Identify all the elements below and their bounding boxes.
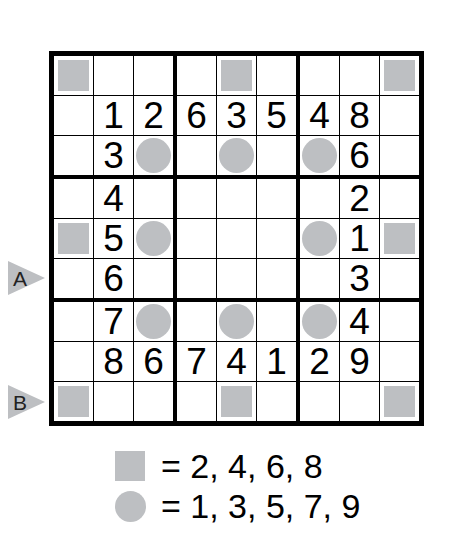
- cell-r5c1[interactable]: [54, 219, 94, 259]
- cell-r8c2[interactable]: 8: [94, 342, 134, 382]
- cell-r7c3[interactable]: [134, 302, 177, 342]
- cell-r9c3[interactable]: [134, 382, 177, 421]
- cell-r1c7[interactable]: [300, 56, 340, 96]
- given-digit: 5: [266, 97, 287, 134]
- legend-even-text: = 2, 4, 6, 8: [161, 449, 323, 483]
- cell-r3c7[interactable]: [300, 136, 340, 179]
- cell-r2c7[interactable]: 4: [300, 96, 340, 136]
- given-digit: 4: [309, 97, 330, 134]
- given-digit: 5: [103, 220, 124, 257]
- cell-r1c6[interactable]: [257, 56, 300, 96]
- cell-r9c5[interactable]: [217, 382, 257, 421]
- cell-r9c1[interactable]: [54, 382, 94, 421]
- given-digit: 3: [349, 260, 370, 297]
- odd-marker-icon: [219, 138, 254, 173]
- given-digit: 3: [103, 137, 124, 174]
- cell-r3c2[interactable]: 3: [94, 136, 134, 179]
- odd-circle-icon: [115, 491, 146, 522]
- puzzle-page: 126354836425163748674129 A B = 2, 4, 6, …: [0, 0, 472, 559]
- odd-marker-icon: [219, 304, 254, 339]
- cell-r6c3[interactable]: [134, 259, 177, 302]
- even-marker-icon: [221, 386, 252, 417]
- given-digit: 1: [266, 343, 287, 380]
- given-digit: 3: [226, 97, 247, 134]
- cell-r7c9[interactable]: [380, 302, 419, 342]
- cell-r4c8[interactable]: 2: [340, 179, 380, 219]
- cell-r9c2[interactable]: [94, 382, 134, 421]
- cell-r5c8[interactable]: 1: [340, 219, 380, 259]
- cell-r5c2[interactable]: 5: [94, 219, 134, 259]
- cell-r5c7[interactable]: [300, 219, 340, 259]
- cell-r2c3[interactable]: 2: [134, 96, 177, 136]
- cell-r4c4[interactable]: [177, 179, 217, 219]
- cell-r7c2[interactable]: 7: [94, 302, 134, 342]
- cell-r4c1[interactable]: [54, 179, 94, 219]
- given-digit: 8: [349, 97, 370, 134]
- cell-r2c5[interactable]: 3: [217, 96, 257, 136]
- cell-r6c6[interactable]: [257, 259, 300, 302]
- cell-r2c6[interactable]: 5: [257, 96, 300, 136]
- cell-r9c4[interactable]: [177, 382, 217, 421]
- cell-r1c2[interactable]: [94, 56, 134, 96]
- cell-r7c8[interactable]: 4: [340, 302, 380, 342]
- odd-marker-icon: [136, 304, 171, 339]
- cell-r2c4[interactable]: 6: [177, 96, 217, 136]
- cell-r9c8[interactable]: [340, 382, 380, 421]
- given-digit: 2: [309, 343, 330, 380]
- even-marker-icon: [58, 60, 89, 91]
- row-pointer-b: B: [8, 385, 45, 419]
- cell-r1c4[interactable]: [177, 56, 217, 96]
- cell-r5c5[interactable]: [217, 219, 257, 259]
- cell-r6c8[interactable]: 3: [340, 259, 380, 302]
- cell-r4c3[interactable]: [134, 179, 177, 219]
- cell-r2c1[interactable]: [54, 96, 94, 136]
- cell-r2c9[interactable]: [380, 96, 419, 136]
- cell-r8c8[interactable]: 9: [340, 342, 380, 382]
- cell-r3c1[interactable]: [54, 136, 94, 179]
- cell-r7c5[interactable]: [217, 302, 257, 342]
- even-marker-icon: [58, 386, 89, 417]
- given-digit: 4: [349, 303, 370, 340]
- cell-r1c1[interactable]: [54, 56, 94, 96]
- cell-r4c5[interactable]: [217, 179, 257, 219]
- cell-r1c3[interactable]: [134, 56, 177, 96]
- cell-r8c5[interactable]: 4: [217, 342, 257, 382]
- cell-r8c3[interactable]: 6: [134, 342, 177, 382]
- cell-r5c4[interactable]: [177, 219, 217, 259]
- given-digit: 6: [186, 97, 207, 134]
- cell-r8c4[interactable]: 7: [177, 342, 217, 382]
- cell-r7c6[interactable]: [257, 302, 300, 342]
- cell-r1c5[interactable]: [217, 56, 257, 96]
- cell-r7c4[interactable]: [177, 302, 217, 342]
- cell-r6c1[interactable]: [54, 259, 94, 302]
- given-digit: 6: [103, 260, 124, 297]
- cell-r9c7[interactable]: [300, 382, 340, 421]
- cell-r9c6[interactable]: [257, 382, 300, 421]
- row-pointer-a: A: [8, 261, 45, 295]
- cell-r3c8[interactable]: 6: [340, 136, 380, 179]
- cell-r6c2[interactable]: 6: [94, 259, 134, 302]
- cell-r3c9[interactable]: [380, 136, 419, 179]
- sudoku-board: 126354836425163748674129: [49, 51, 424, 426]
- even-marker-icon: [58, 223, 89, 254]
- cell-r8c7[interactable]: 2: [300, 342, 340, 382]
- cell-r4c2[interactable]: 4: [94, 179, 134, 219]
- cell-r6c4[interactable]: [177, 259, 217, 302]
- cell-r5c3[interactable]: [134, 219, 177, 259]
- row-pointer-a-label: A: [13, 268, 27, 289]
- odd-marker-icon: [302, 138, 337, 173]
- cell-r8c6[interactable]: 1: [257, 342, 300, 382]
- cell-r6c9[interactable]: [380, 259, 419, 302]
- cell-r4c7[interactable]: [300, 179, 340, 219]
- given-digit: 6: [143, 343, 164, 380]
- cell-r3c3[interactable]: [134, 136, 177, 179]
- cell-r3c5[interactable]: [217, 136, 257, 179]
- odd-marker-icon: [136, 221, 171, 256]
- cell-r8c9[interactable]: [380, 342, 419, 382]
- given-digit: 2: [143, 97, 164, 134]
- cell-r9c9[interactable]: [380, 382, 419, 421]
- given-digit: 8: [103, 343, 124, 380]
- even-square-icon: [115, 451, 145, 481]
- given-digit: 4: [103, 180, 124, 217]
- cell-r6c7[interactable]: [300, 259, 340, 302]
- given-digit: 7: [103, 303, 124, 340]
- cell-r1c9[interactable]: [380, 56, 419, 96]
- given-digit: 1: [103, 97, 124, 134]
- cell-r1c8[interactable]: [340, 56, 380, 96]
- legend-odd-row: = 1, 3, 5, 7, 9: [115, 486, 360, 526]
- row-pointer-b-label: B: [13, 392, 27, 413]
- odd-marker-icon: [302, 304, 337, 339]
- cell-r2c8[interactable]: 8: [340, 96, 380, 136]
- legend: = 2, 4, 6, 8 = 1, 3, 5, 7, 9: [115, 446, 360, 526]
- legend-odd-text: = 1, 3, 5, 7, 9: [161, 489, 360, 523]
- given-digit: 6: [349, 137, 370, 174]
- given-digit: 7: [186, 343, 207, 380]
- given-digit: 4: [226, 343, 247, 380]
- cell-r2c2[interactable]: 1: [94, 96, 134, 136]
- cell-r4c9[interactable]: [380, 179, 419, 219]
- legend-even-row: = 2, 4, 6, 8: [115, 446, 360, 486]
- cell-r6c5[interactable]: [217, 259, 257, 302]
- cell-r8c1[interactable]: [54, 342, 94, 382]
- even-marker-icon: [384, 223, 415, 254]
- cell-r3c6[interactable]: [257, 136, 300, 179]
- cell-r5c6[interactable]: [257, 219, 300, 259]
- cell-r7c1[interactable]: [54, 302, 94, 342]
- cell-r3c4[interactable]: [177, 136, 217, 179]
- odd-marker-icon: [302, 221, 337, 256]
- cell-r4c6[interactable]: [257, 179, 300, 219]
- odd-marker-icon: [136, 138, 171, 173]
- given-digit: 2: [349, 180, 370, 217]
- cell-r7c7[interactable]: [300, 302, 340, 342]
- given-digit: 1: [349, 220, 370, 257]
- given-digit: 9: [349, 343, 370, 380]
- even-marker-icon: [384, 386, 415, 417]
- even-marker-icon: [384, 60, 415, 91]
- cell-r5c9[interactable]: [380, 219, 419, 259]
- even-marker-icon: [221, 60, 252, 91]
